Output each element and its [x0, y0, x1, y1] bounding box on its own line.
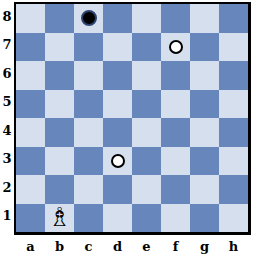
square-c7[interactable] — [74, 33, 103, 62]
square-b6[interactable] — [45, 61, 74, 90]
file-labels: abcdefgh — [16, 235, 248, 257]
chess-board[interactable]: ♗ — [14, 2, 251, 235]
square-d7[interactable] — [103, 33, 132, 62]
square-g6[interactable] — [190, 61, 219, 90]
square-b8[interactable] — [45, 4, 74, 33]
square-f6[interactable] — [161, 61, 190, 90]
square-b3[interactable] — [45, 147, 74, 176]
square-a4[interactable] — [16, 118, 45, 147]
square-e2[interactable] — [132, 175, 161, 204]
square-h5[interactable] — [219, 90, 248, 119]
square-g2[interactable] — [190, 175, 219, 204]
square-d6[interactable] — [103, 61, 132, 90]
square-d1[interactable] — [103, 204, 132, 233]
square-f3[interactable] — [161, 147, 190, 176]
square-g7[interactable] — [190, 33, 219, 62]
square-f4[interactable] — [161, 118, 190, 147]
square-c8[interactable] — [74, 4, 103, 33]
file-label-e: e — [132, 235, 161, 257]
rank-label-3: 3 — [0, 145, 14, 174]
rank-label-5: 5 — [0, 88, 14, 117]
square-d2[interactable] — [103, 175, 132, 204]
rank-labels: 87654321 — [0, 2, 14, 230]
square-d8[interactable] — [103, 4, 132, 33]
square-e7[interactable] — [132, 33, 161, 62]
file-label-a: a — [16, 235, 45, 257]
white-bishop[interactable]: ♗ — [48, 204, 71, 230]
square-b4[interactable] — [45, 118, 74, 147]
square-c6[interactable] — [74, 61, 103, 90]
square-d3[interactable] — [103, 147, 132, 176]
square-c1[interactable] — [74, 204, 103, 233]
square-a5[interactable] — [16, 90, 45, 119]
square-g3[interactable] — [190, 147, 219, 176]
square-c3[interactable] — [74, 147, 103, 176]
square-e3[interactable] — [132, 147, 161, 176]
square-g5[interactable] — [190, 90, 219, 119]
white-disc-marker — [111, 154, 125, 168]
square-e1[interactable] — [132, 204, 161, 233]
square-h8[interactable] — [219, 4, 248, 33]
square-f2[interactable] — [161, 175, 190, 204]
square-a6[interactable] — [16, 61, 45, 90]
square-d5[interactable] — [103, 90, 132, 119]
square-a7[interactable] — [16, 33, 45, 62]
square-a1[interactable] — [16, 204, 45, 233]
square-c4[interactable] — [74, 118, 103, 147]
square-f1[interactable] — [161, 204, 190, 233]
square-e8[interactable] — [132, 4, 161, 33]
square-b2[interactable] — [45, 175, 74, 204]
square-a3[interactable] — [16, 147, 45, 176]
square-c5[interactable] — [74, 90, 103, 119]
square-f5[interactable] — [161, 90, 190, 119]
file-label-f: f — [161, 235, 190, 257]
file-label-c: c — [74, 235, 103, 257]
square-c2[interactable] — [74, 175, 103, 204]
rank-label-7: 7 — [0, 31, 14, 60]
square-b7[interactable] — [45, 33, 74, 62]
file-label-b: b — [45, 235, 74, 257]
square-a2[interactable] — [16, 175, 45, 204]
square-h3[interactable] — [219, 147, 248, 176]
square-h4[interactable] — [219, 118, 248, 147]
square-b5[interactable] — [45, 90, 74, 119]
square-e4[interactable] — [132, 118, 161, 147]
chess-diagram: 87654321 ♗ abcdefgh — [0, 0, 256, 258]
white-disc-marker — [169, 40, 183, 54]
square-b1[interactable]: ♗ — [45, 204, 74, 233]
square-g1[interactable] — [190, 204, 219, 233]
square-h6[interactable] — [219, 61, 248, 90]
rank-label-2: 2 — [0, 173, 14, 202]
file-label-g: g — [190, 235, 219, 257]
rank-label-6: 6 — [0, 59, 14, 88]
square-h1[interactable] — [219, 204, 248, 233]
square-f7[interactable] — [161, 33, 190, 62]
square-d4[interactable] — [103, 118, 132, 147]
square-g4[interactable] — [190, 118, 219, 147]
square-g8[interactable] — [190, 4, 219, 33]
file-label-h: h — [219, 235, 248, 257]
square-f8[interactable] — [161, 4, 190, 33]
black-disc-marker — [81, 10, 97, 26]
rank-label-1: 1 — [0, 202, 14, 231]
file-label-d: d — [103, 235, 132, 257]
rank-label-8: 8 — [0, 2, 14, 31]
square-e6[interactable] — [132, 61, 161, 90]
square-e5[interactable] — [132, 90, 161, 119]
square-h2[interactable] — [219, 175, 248, 204]
square-h7[interactable] — [219, 33, 248, 62]
square-a8[interactable] — [16, 4, 45, 33]
rank-label-4: 4 — [0, 116, 14, 145]
